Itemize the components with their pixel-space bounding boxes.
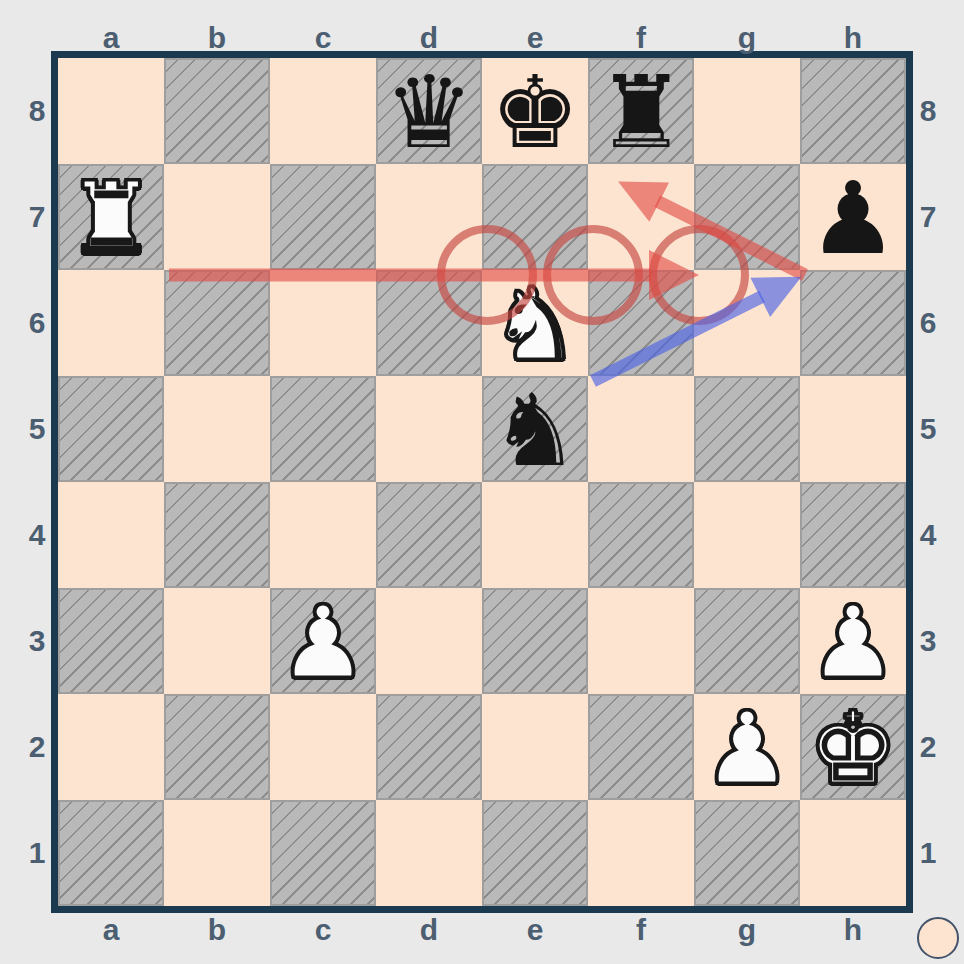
square-f2[interactable] [588,694,694,800]
square-f8[interactable]: ♜ [588,58,694,164]
square-g4[interactable] [694,482,800,588]
square-b6[interactable] [164,270,270,376]
rank-label-2: 2 [29,730,46,764]
chess-diagram: ♛♚♜♜♟♞♞♟♟♟♚ abcdefgh abcdefgh 87654321 8… [0,0,964,964]
square-b3[interactable] [164,588,270,694]
rank-label-1: 1 [29,836,46,870]
square-f3[interactable] [588,588,694,694]
square-h3[interactable]: ♟ [800,588,906,694]
black-queen-glyph: ♛ [384,60,474,166]
square-f5[interactable] [588,376,694,482]
square-f6[interactable] [588,270,694,376]
square-b4[interactable] [164,482,270,588]
square-c2[interactable] [270,694,376,800]
square-e5[interactable]: ♞ [482,376,588,482]
piece-black-knight-e5[interactable]: ♞ [490,376,580,482]
square-e1[interactable] [482,800,588,906]
square-a3[interactable] [58,588,164,694]
square-g7[interactable] [694,164,800,270]
white-to-move-indicator [917,917,959,959]
white-king-glyph: ♚ [808,696,898,802]
square-b7[interactable] [164,164,270,270]
square-a7[interactable]: ♜ [58,164,164,270]
piece-white-pawn-g2[interactable]: ♟ [702,694,792,800]
square-h8[interactable] [800,58,906,164]
file-label-h: h [844,913,862,947]
black-knight-glyph: ♞ [490,378,580,484]
black-king-glyph: ♚ [490,60,580,166]
file-label-a: a [103,913,120,947]
square-e8[interactable]: ♚ [482,58,588,164]
file-label-c: c [315,21,332,55]
square-d4[interactable] [376,482,482,588]
square-e4[interactable] [482,482,588,588]
file-label-a: a [103,21,120,55]
square-c8[interactable] [270,58,376,164]
square-b8[interactable] [164,58,270,164]
black-pawn-glyph: ♟ [808,166,898,272]
rank-label-4: 4 [920,518,937,552]
file-label-f: f [636,913,646,947]
rank-label-3: 3 [920,624,937,658]
file-label-d: d [420,21,438,55]
rank-label-8: 8 [920,94,937,128]
square-c4[interactable] [270,482,376,588]
file-label-g: g [738,21,756,55]
file-label-f: f [636,21,646,55]
piece-white-rook-a7[interactable]: ♜ [66,164,156,270]
white-pawn-glyph: ♟ [702,696,792,802]
square-c5[interactable] [270,376,376,482]
square-e6[interactable]: ♞ [482,270,588,376]
square-g3[interactable] [694,588,800,694]
file-label-c: c [315,913,332,947]
file-label-e: e [527,21,544,55]
file-label-b: b [208,21,226,55]
rank-label-3: 3 [29,624,46,658]
piece-black-queen-d8[interactable]: ♛ [384,58,474,164]
rank-label-4: 4 [29,518,46,552]
white-knight-glyph: ♞ [490,272,580,378]
square-h2[interactable]: ♚ [800,694,906,800]
square-c7[interactable] [270,164,376,270]
square-a1[interactable] [58,800,164,906]
file-label-g: g [738,913,756,947]
square-d7[interactable] [376,164,482,270]
square-e7[interactable] [482,164,588,270]
rank-label-6: 6 [920,306,937,340]
square-b2[interactable] [164,694,270,800]
rank-label-5: 5 [29,412,46,446]
chess-board: ♛♚♜♜♟♞♞♟♟♟♚ [58,58,906,906]
square-b1[interactable] [164,800,270,906]
square-h1[interactable] [800,800,906,906]
square-a5[interactable] [58,376,164,482]
square-d2[interactable] [376,694,482,800]
white-pawn-glyph: ♟ [278,590,368,696]
piece-black-rook-f8[interactable]: ♜ [596,58,686,164]
square-a8[interactable] [58,58,164,164]
board-frame: ♛♚♜♜♟♞♞♟♟♟♚ [51,51,913,913]
square-d6[interactable] [376,270,482,376]
square-f4[interactable] [588,482,694,588]
rank-label-8: 8 [29,94,46,128]
square-f1[interactable] [588,800,694,906]
piece-white-king-h2[interactable]: ♚ [808,694,898,800]
square-g1[interactable] [694,800,800,906]
square-c1[interactable] [270,800,376,906]
rank-label-2: 2 [920,730,937,764]
square-d1[interactable] [376,800,482,906]
white-rook-glyph: ♜ [66,166,156,272]
square-h6[interactable] [800,270,906,376]
square-h5[interactable] [800,376,906,482]
square-g2[interactable]: ♟ [694,694,800,800]
piece-white-pawn-h3[interactable]: ♟ [808,588,898,694]
rank-label-7: 7 [920,200,937,234]
square-e3[interactable] [482,588,588,694]
square-g5[interactable] [694,376,800,482]
piece-white-pawn-c3[interactable]: ♟ [278,588,368,694]
file-label-h: h [844,21,862,55]
square-e2[interactable] [482,694,588,800]
white-pawn-glyph: ♟ [808,590,898,696]
black-rook-glyph: ♜ [596,60,686,166]
square-c6[interactable] [270,270,376,376]
square-d3[interactable] [376,588,482,694]
square-d8[interactable]: ♛ [376,58,482,164]
square-g8[interactable] [694,58,800,164]
piece-black-king-e8[interactable]: ♚ [490,58,580,164]
rank-label-1: 1 [920,836,937,870]
square-d5[interactable] [376,376,482,482]
rank-label-5: 5 [920,412,937,446]
rank-label-7: 7 [29,200,46,234]
square-f7[interactable] [588,164,694,270]
rank-label-6: 6 [29,306,46,340]
square-h7[interactable]: ♟ [800,164,906,270]
piece-black-pawn-h7[interactable]: ♟ [808,164,898,270]
square-g6[interactable] [694,270,800,376]
file-label-d: d [420,913,438,947]
file-label-b: b [208,913,226,947]
square-b5[interactable] [164,376,270,482]
square-c3[interactable]: ♟ [270,588,376,694]
square-a6[interactable] [58,270,164,376]
piece-white-knight-e6[interactable]: ♞ [490,270,580,376]
square-h4[interactable] [800,482,906,588]
square-a4[interactable] [58,482,164,588]
square-a2[interactable] [58,694,164,800]
file-label-e: e [527,913,544,947]
